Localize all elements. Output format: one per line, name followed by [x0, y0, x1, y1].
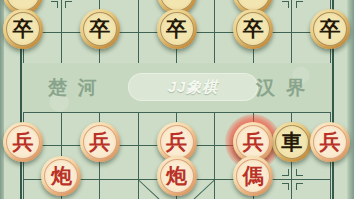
piece-character: 炮: [161, 160, 193, 192]
piece-face: 傌: [236, 159, 270, 193]
piece-black-soldier-f7r4[interactable]: 卒: [233, 9, 273, 49]
piece-face: 卒: [6, 12, 40, 46]
piece-face: 炮: [44, 159, 78, 193]
piece-face: 兵: [313, 125, 347, 159]
piece-character: 卒: [314, 13, 346, 45]
xiangqi-game-screen: 楚河 JJ象棋 汉界 卒卒卒卒卒車兵兵兵兵兵炮炮傌: [0, 0, 354, 199]
piece-character: 兵: [161, 126, 193, 158]
piece-character: 兵: [237, 126, 269, 158]
piece-red-cannon-f2r8[interactable]: 炮: [41, 156, 81, 196]
piece-character: 卒: [84, 13, 116, 45]
piece-black-soldier-f9r4[interactable]: 卒: [310, 9, 350, 49]
piece-red-soldier-f1r7[interactable]: 兵: [3, 122, 43, 162]
piece-black-soldier-f1r4[interactable]: 卒: [3, 9, 43, 49]
piece-red-horse-f7r8[interactable]: 傌: [233, 156, 273, 196]
piece-character: 車: [276, 126, 308, 158]
piece-character: 傌: [237, 160, 269, 192]
piece-face: 兵: [236, 125, 270, 159]
piece-face: 卒: [160, 12, 194, 46]
piece-face: 卒: [83, 12, 117, 46]
piece-face: 車: [275, 125, 309, 159]
piece-red-soldier-f9r7[interactable]: 兵: [310, 122, 350, 162]
piece-black-soldier-f3r4[interactable]: 卒: [80, 9, 120, 49]
piece-face: 兵: [160, 125, 194, 159]
piece-face: 兵: [6, 125, 40, 159]
piece-character: 卒: [237, 13, 269, 45]
piece-face: 兵: [83, 125, 117, 159]
xiangqi-board[interactable]: 卒卒卒卒卒車兵兵兵兵兵炮炮傌: [0, 0, 354, 199]
piece-black-soldier-f5r4[interactable]: 卒: [157, 9, 197, 49]
piece-black-chariot-f8r7[interactable]: 車: [272, 122, 312, 162]
piece-character: 卒: [7, 13, 39, 45]
piece-character: 兵: [7, 126, 39, 158]
piece-red-soldier-f3r7[interactable]: 兵: [80, 122, 120, 162]
piece-face: 卒: [313, 12, 347, 46]
piece-face: 卒: [236, 12, 270, 46]
piece-character: 兵: [314, 126, 346, 158]
piece-face: 炮: [160, 159, 194, 193]
piece-red-cannon-f5r8[interactable]: 炮: [157, 156, 197, 196]
piece-character: 炮: [45, 160, 77, 192]
piece-character: 卒: [161, 13, 193, 45]
piece-character: 兵: [84, 126, 116, 158]
